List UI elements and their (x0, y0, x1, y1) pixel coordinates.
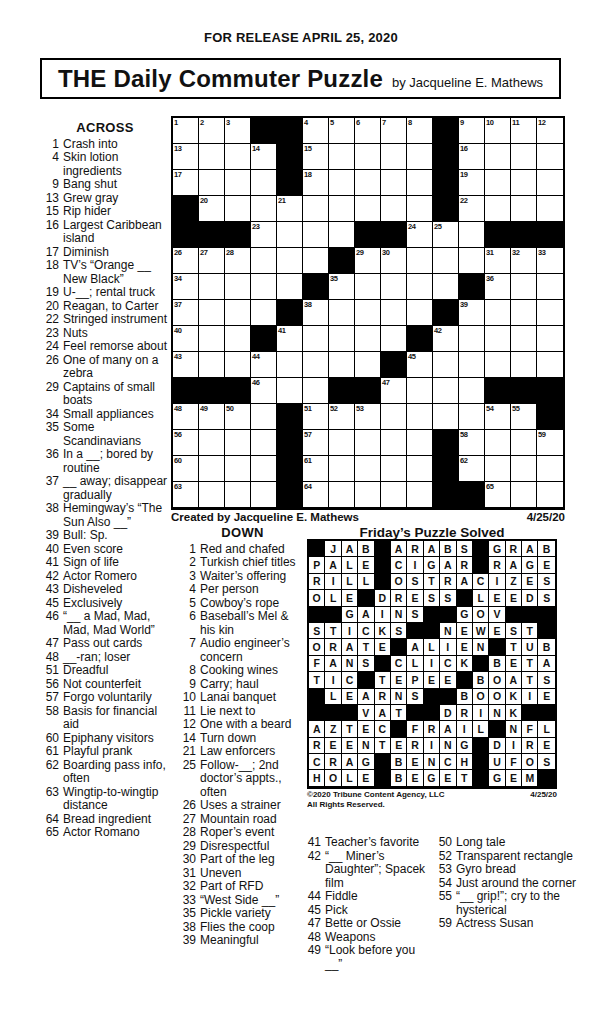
grid-cell[interactable]: 46 (251, 378, 277, 404)
grid-cell[interactable] (277, 248, 303, 274)
grid-cell[interactable] (381, 144, 407, 170)
grid-cell[interactable] (511, 144, 537, 170)
clue-text: Part of the leg (200, 853, 307, 867)
grid-cell[interactable] (511, 326, 537, 352)
clue: 17Diminish (38, 246, 172, 260)
grid-cell[interactable]: 23 (251, 222, 277, 248)
grid-cell[interactable]: 39 (459, 300, 485, 326)
grid-cell[interactable]: 3 (225, 118, 251, 144)
grid-cell[interactable] (407, 274, 433, 300)
grid-cell[interactable] (381, 170, 407, 196)
grid-cell[interactable] (251, 482, 277, 508)
clue-text: Part of RFD (200, 880, 307, 894)
solved-black-cell (424, 607, 440, 623)
grid-cell[interactable] (485, 170, 511, 196)
grid-cell[interactable] (433, 352, 459, 378)
grid-cell[interactable] (355, 196, 381, 222)
clue-number: 42 (38, 570, 59, 584)
grid-cell[interactable] (251, 456, 277, 482)
solved-cell: E (440, 672, 456, 688)
grid-cell[interactable] (381, 430, 407, 456)
grid-cell[interactable] (537, 300, 563, 326)
grid-cell[interactable] (303, 248, 329, 274)
solved-cell: E (538, 557, 554, 573)
grid-cell[interactable] (199, 352, 225, 378)
solved-cell: T (424, 574, 440, 590)
grid-cell[interactable]: 15 (303, 144, 329, 170)
solved-cell: E (457, 623, 473, 639)
solved-black-cell (473, 541, 489, 557)
grid-cell[interactable]: 54 (485, 404, 511, 430)
grid-cell[interactable] (511, 196, 537, 222)
grid-cell[interactable] (381, 274, 407, 300)
grid-cell[interactable] (303, 196, 329, 222)
grid-cell[interactable] (407, 248, 433, 274)
grid-cell[interactable] (485, 326, 511, 352)
solved-black-cell (424, 689, 440, 705)
grid-cell[interactable]: 43 (173, 352, 199, 378)
clue-text: Wingtip-to-wingtip distance (63, 786, 172, 813)
grid-cell[interactable] (537, 326, 563, 352)
grid-cell[interactable] (537, 352, 563, 378)
grid-cell[interactable]: 14 (251, 144, 277, 170)
solved-cell: B (473, 672, 489, 688)
clue: 21Law enforcers (178, 745, 307, 759)
solved-cell: E (506, 590, 522, 606)
grid-cell[interactable] (407, 144, 433, 170)
clue: 19U-__; rental truck (38, 286, 172, 300)
grid-cell[interactable]: 57 (303, 430, 329, 456)
grid-cell[interactable]: 32 (511, 248, 537, 274)
grid-cell[interactable] (381, 404, 407, 430)
solved-cell: D (522, 590, 538, 606)
grid-cell[interactable]: 4 (303, 118, 329, 144)
grid-cell[interactable] (225, 196, 251, 222)
clue-number: 53 (432, 863, 452, 877)
black-cell (537, 404, 563, 430)
grid-cell[interactable] (329, 144, 355, 170)
grid-cell[interactable]: 62 (459, 456, 485, 482)
grid-cell[interactable] (303, 222, 329, 248)
grid-cell[interactable]: 29 (355, 248, 381, 274)
grid-cell[interactable]: 50 (225, 404, 251, 430)
solved-cell: T (375, 738, 391, 754)
grid-cell[interactable] (459, 222, 485, 248)
solved-cell: E (342, 590, 358, 606)
grid-cell[interactable] (329, 196, 355, 222)
grid-cell[interactable] (251, 274, 277, 300)
solved-cell: O (522, 754, 538, 770)
grid-cell[interactable]: 7 (381, 118, 407, 144)
black-cell (433, 118, 459, 144)
grid-cell[interactable]: 31 (485, 248, 511, 274)
solved-black-cell (325, 607, 341, 623)
black-cell (173, 378, 199, 404)
black-cell (511, 378, 537, 404)
clue: 11Lie next to (178, 705, 307, 719)
grid-cell[interactable] (277, 274, 303, 300)
clue: 10Lanai banquet (178, 691, 307, 705)
grid-cell[interactable]: 28 (225, 248, 251, 274)
grid-cell[interactable] (381, 326, 407, 352)
cell-number: 17 (174, 170, 182, 179)
solved-black-cell (522, 705, 538, 721)
solved-cell: S (538, 574, 554, 590)
grid-cell[interactable] (355, 482, 381, 508)
grid-cell[interactable]: 25 (433, 222, 459, 248)
solved-cell: R (391, 590, 407, 606)
grid-cell[interactable] (225, 456, 251, 482)
solved-cell: A (358, 607, 374, 623)
grid-cell[interactable] (511, 430, 537, 456)
cell-number: 46 (252, 378, 260, 387)
solved-cell: A (391, 541, 407, 557)
grid-cell[interactable]: 53 (355, 404, 381, 430)
grid-cell[interactable] (511, 456, 537, 482)
clue: 35Some Scandinavians (38, 421, 172, 448)
grid-cell[interactable] (355, 274, 381, 300)
clue-text: Audio engineer’s concern (200, 637, 307, 664)
grid-cell[interactable] (251, 300, 277, 326)
grid-cell[interactable] (199, 274, 225, 300)
grid-cell[interactable] (199, 456, 225, 482)
grid-cell[interactable] (407, 378, 433, 404)
grid-cell[interactable] (225, 482, 251, 508)
grid-cell[interactable]: 37 (173, 300, 199, 326)
black-cell (199, 378, 225, 404)
clue-number: 41 (301, 836, 321, 850)
grid-cell[interactable]: 20 (199, 196, 225, 222)
grid-cell[interactable] (199, 326, 225, 352)
grid-cell[interactable] (381, 196, 407, 222)
grid-cell[interactable]: 59 (537, 430, 563, 456)
grid-cell[interactable]: 61 (303, 456, 329, 482)
grid-cell[interactable] (355, 352, 381, 378)
black-cell (485, 378, 511, 404)
grid-cell[interactable]: 16 (459, 144, 485, 170)
grid-cell[interactable] (199, 144, 225, 170)
grid-cell[interactable] (225, 144, 251, 170)
grid-cell[interactable] (355, 170, 381, 196)
solved-cell: K (506, 705, 522, 721)
grid-cell[interactable]: 35 (329, 274, 355, 300)
grid-cell[interactable] (199, 170, 225, 196)
cell-number: 48 (174, 404, 182, 413)
grid-cell[interactable] (459, 326, 485, 352)
grid-cell[interactable]: 60 (173, 456, 199, 482)
grid-cell[interactable]: 55 (511, 404, 537, 430)
grid-cell[interactable] (537, 170, 563, 196)
solved-cell: B (358, 541, 374, 557)
grid-cell[interactable] (433, 274, 459, 300)
grid-cell[interactable] (407, 170, 433, 196)
solved-cell: L (538, 721, 554, 737)
grid-cell[interactable] (433, 248, 459, 274)
grid-cell[interactable] (277, 352, 303, 378)
grid-cell[interactable]: 42 (433, 326, 459, 352)
grid-cell[interactable]: 33 (537, 248, 563, 274)
clue-text: Law enforcers (200, 745, 307, 759)
black-cell (355, 222, 381, 248)
grid-cell[interactable] (199, 430, 225, 456)
grid-cell[interactable]: 45 (407, 352, 433, 378)
clue-text: Small appliances (63, 408, 172, 422)
grid-cell[interactable]: 2 (199, 118, 225, 144)
grid-cell[interactable] (537, 144, 563, 170)
solved-cell: O (309, 639, 325, 655)
grid-cell[interactable] (459, 404, 485, 430)
grid-cell[interactable] (225, 274, 251, 300)
grid-cell[interactable] (225, 300, 251, 326)
cell-number: 11 (512, 118, 519, 127)
copyright-block: ©2020 Tribune Content Agency, LLC 4/25/2… (307, 790, 557, 809)
clue-text: Follow-__; 2nd doctor’s appts., often (200, 759, 307, 800)
grid-cell[interactable] (329, 326, 355, 352)
grid-cell[interactable] (251, 196, 277, 222)
solved-black-cell (375, 656, 391, 672)
solved-cell: N (358, 738, 374, 754)
grid-cell[interactable] (355, 144, 381, 170)
solved-cell: S (538, 754, 554, 770)
grid-cell[interactable]: 49 (199, 404, 225, 430)
grid-cell[interactable]: 5 (329, 118, 355, 144)
grid-cell[interactable]: 27 (199, 248, 225, 274)
grid-cell[interactable] (303, 326, 329, 352)
solved-cell: B (489, 656, 505, 672)
clue-number: 1 (38, 138, 59, 152)
clue-number: 31 (178, 867, 196, 881)
cell-number: 15 (304, 144, 312, 153)
grid-cell[interactable] (537, 274, 563, 300)
grid-cell[interactable]: 18 (303, 170, 329, 196)
grid-cell[interactable] (355, 456, 381, 482)
grid-cell[interactable] (459, 378, 485, 404)
black-cell (277, 482, 303, 508)
clue-text: Largest Caribbean island (63, 219, 172, 246)
clue-number: 26 (178, 799, 196, 813)
grid-cell[interactable]: 41 (277, 326, 303, 352)
grid-cell[interactable] (511, 482, 537, 508)
solved-cell: S (457, 541, 473, 557)
grid-cell[interactable]: 47 (381, 378, 407, 404)
grid-cell[interactable]: 10 (485, 118, 511, 144)
grid-cell[interactable] (303, 352, 329, 378)
grid-cell[interactable]: 19 (459, 170, 485, 196)
grid-cell[interactable]: 8 (407, 118, 433, 144)
cell-number: 41 (278, 326, 286, 335)
clue-text: Long tale (456, 836, 594, 850)
clue-number: 2 (178, 556, 196, 570)
grid-cell[interactable]: 21 (277, 196, 303, 222)
grid-cell[interactable] (329, 222, 355, 248)
grid-cell[interactable] (225, 326, 251, 352)
clue-number: 13 (38, 192, 59, 206)
grid-cell[interactable] (199, 300, 225, 326)
clue-number: 57 (38, 691, 59, 705)
grid-cell[interactable]: 11 (511, 118, 537, 144)
grid-cell[interactable] (485, 300, 511, 326)
grid-cell[interactable]: 17 (173, 170, 199, 196)
grid-cell[interactable] (485, 352, 511, 378)
clue-number: 39 (38, 529, 59, 543)
grid-cell[interactable]: 52 (329, 404, 355, 430)
solved-cell: S (407, 689, 423, 705)
grid-cell[interactable]: 34 (173, 274, 199, 300)
grid-cell[interactable]: 26 (173, 248, 199, 274)
cell-number: 35 (330, 274, 338, 283)
clue: 31Uneven (178, 867, 307, 881)
solved-cell: J (325, 541, 341, 557)
grid-cell[interactable] (225, 352, 251, 378)
solved-cell: R (440, 574, 456, 590)
solved-cell: E (391, 738, 407, 754)
grid-cell[interactable] (329, 430, 355, 456)
grid-cell[interactable] (407, 482, 433, 508)
clue: 45Exclusively (38, 597, 172, 611)
solved-black-cell (506, 607, 522, 623)
clue-number: 9 (178, 678, 196, 692)
clue-number: 26 (38, 354, 59, 381)
grid-cell[interactable] (277, 378, 303, 404)
grid-cell[interactable] (433, 404, 459, 430)
grid-cell[interactable] (537, 456, 563, 482)
clue-number: 43 (38, 583, 59, 597)
grid-cell[interactable] (381, 456, 407, 482)
grid-cell[interactable] (537, 196, 563, 222)
grid-cell[interactable]: 24 (407, 222, 433, 248)
clue-number: 49 (301, 944, 321, 971)
grid-cell[interactable] (251, 404, 277, 430)
grid-cell[interactable]: 40 (173, 326, 199, 352)
solved-cell: G (489, 541, 505, 557)
black-cell (329, 378, 355, 404)
grid-cell[interactable] (485, 196, 511, 222)
clue-number: 47 (301, 917, 321, 931)
solved-black-cell (489, 721, 505, 737)
grid-cell[interactable] (407, 430, 433, 456)
release-line: FOR RELEASE APRIL 25, 2020 (0, 30, 602, 45)
grid-cell[interactable]: 56 (173, 430, 199, 456)
grid-cell[interactable] (355, 430, 381, 456)
solved-cell: S (424, 590, 440, 606)
grid-cell[interactable] (355, 326, 381, 352)
clue-text: Just around the corner (456, 877, 594, 891)
clue: 12One with a beard (178, 718, 307, 732)
grid-cell[interactable] (329, 170, 355, 196)
grid-cell[interactable]: 22 (459, 196, 485, 222)
grid-cell[interactable]: 38 (303, 300, 329, 326)
grid-cell[interactable] (277, 222, 303, 248)
clue-text: One of many on a zebra (63, 354, 172, 381)
solved-cell: E (457, 639, 473, 655)
grid-cell[interactable] (511, 170, 537, 196)
grid-cell[interactable] (381, 300, 407, 326)
grid-cell[interactable]: 30 (381, 248, 407, 274)
grid-cell[interactable] (251, 248, 277, 274)
grid-cell[interactable] (329, 352, 355, 378)
solved-cell: T (522, 623, 538, 639)
grid-cell[interactable] (303, 378, 329, 404)
grid-cell[interactable] (485, 144, 511, 170)
solved-cell: N (506, 721, 522, 737)
solved-black-cell (457, 672, 473, 688)
solved-cell: E (506, 656, 522, 672)
grid-cell[interactable] (329, 300, 355, 326)
grid-cell[interactable] (433, 378, 459, 404)
grid-cell[interactable] (407, 456, 433, 482)
solved-black-cell (309, 607, 325, 623)
clue: 61Playful prank (38, 745, 172, 759)
clue-text: Reagan, to Carter (63, 300, 172, 314)
clue-number: 22 (38, 313, 59, 327)
grid-cell[interactable] (407, 300, 433, 326)
grid-cell[interactable] (511, 274, 537, 300)
grid-cell[interactable] (537, 482, 563, 508)
grid-cell[interactable]: 51 (303, 404, 329, 430)
clue-text: Roper’s event (200, 826, 307, 840)
grid-cell[interactable]: 58 (459, 430, 485, 456)
clue-text: Disrespectful (200, 840, 307, 854)
cell-number: 57 (304, 430, 312, 439)
black-cell (277, 300, 303, 326)
grid-cell[interactable] (251, 430, 277, 456)
clue-text: Pick (325, 904, 432, 918)
clue-text: Teacher’s favorite (325, 836, 432, 850)
grid-cell[interactable] (407, 404, 433, 430)
grid-cell[interactable]: 64 (303, 482, 329, 508)
grid-cell[interactable]: 48 (173, 404, 199, 430)
grid-cell[interactable] (199, 482, 225, 508)
grid-cell[interactable]: 65 (485, 482, 511, 508)
solved-black-cell (473, 557, 489, 573)
grid-cell[interactable] (407, 196, 433, 222)
grid-cell[interactable]: 12 (537, 118, 563, 144)
grid-cell[interactable] (485, 456, 511, 482)
grid-cell[interactable] (225, 430, 251, 456)
solved-cell: A (325, 557, 341, 573)
clue-text: Transparent rectangle (456, 850, 594, 864)
grid-cell[interactable] (511, 352, 537, 378)
grid-cell[interactable]: 63 (173, 482, 199, 508)
solved-cell: R (375, 689, 391, 705)
clue-text: Nuts (63, 327, 172, 341)
grid-cell[interactable] (355, 300, 381, 326)
grid-cell[interactable]: 36 (485, 274, 511, 300)
clue: 63Wingtip-to-wingtip distance (38, 786, 172, 813)
grid-cell[interactable] (459, 352, 485, 378)
down-clue-list-2: 41Teacher’s favorite42“__ Miner’s Daught… (301, 836, 432, 971)
cell-number: 51 (304, 404, 312, 413)
solved-cell: T (522, 656, 538, 672)
grid-cell[interactable] (381, 482, 407, 508)
cell-number: 55 (512, 404, 520, 413)
grid-cell[interactable] (485, 430, 511, 456)
grid-cell[interactable]: 9 (459, 118, 485, 144)
grid-cell[interactable] (329, 456, 355, 482)
grid-cell[interactable]: 1 (173, 118, 199, 144)
grid-cell[interactable] (459, 248, 485, 274)
grid-cell[interactable] (251, 170, 277, 196)
grid-cell[interactable]: 6 (355, 118, 381, 144)
grid-cell[interactable]: 13 (173, 144, 199, 170)
grid-cell[interactable] (511, 300, 537, 326)
grid-cell[interactable] (329, 482, 355, 508)
grid-cell[interactable]: 44 (251, 352, 277, 378)
clue: 29Disrespectful (178, 840, 307, 854)
solved-cell: A (342, 541, 358, 557)
solved-black-cell (358, 672, 374, 688)
grid-cell[interactable] (225, 170, 251, 196)
